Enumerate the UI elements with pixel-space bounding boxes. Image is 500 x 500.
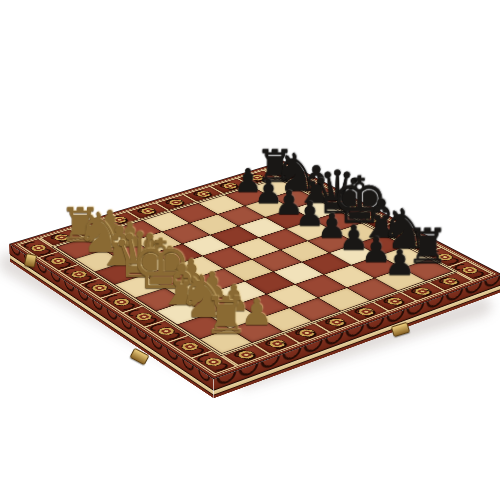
gold-ring-medallion-icon bbox=[265, 338, 289, 349]
gold-ring-medallion-icon bbox=[247, 174, 268, 182]
gold-ring-medallion-icon bbox=[325, 317, 349, 328]
gold-ring-medallion-icon bbox=[362, 215, 384, 224]
gold-ring-medallion-icon bbox=[47, 256, 69, 266]
gold-ring-medallion-icon bbox=[434, 252, 457, 262]
board-face: ♜♞♝♛♚♝♞♜♟♟♟♟♟♟♟♟♟♟♟♟♟♟♟♟♜♞♝♛♚♝♞♜ bbox=[9, 161, 500, 379]
gold-ring-medallion-icon bbox=[201, 356, 226, 368]
gold-ring-medallion-icon bbox=[132, 311, 155, 322]
gold-ring-medallion-icon bbox=[409, 239, 431, 249]
gold-ring-medallion-icon bbox=[354, 306, 378, 317]
chess-board: ♜♞♝♛♚♝♞♜♟♟♟♟♟♟♟♟♟♟♟♟♟♟♟♟♜♞♝♛♚♝♞♜ bbox=[9, 161, 500, 379]
gold-ring-medallion-icon bbox=[27, 243, 49, 253]
gold-ring-medallion-icon bbox=[317, 191, 338, 200]
gold-ring-medallion-icon bbox=[295, 180, 316, 188]
gold-ring-medallion-icon bbox=[295, 327, 319, 338]
gold-ring-medallion-icon bbox=[385, 227, 407, 236]
gold-ring-medallion-icon bbox=[155, 326, 179, 337]
scene: ♜♞♝♛♚♝♞♜♟♟♟♟♟♟♟♟♟♟♟♟♟♟♟♟♜♞♝♛♚♝♞♜ bbox=[0, 0, 500, 500]
gold-ring-medallion-icon bbox=[411, 286, 434, 296]
product-photo-stage: ♜♞♝♛♚♝♞♜♟♟♟♟♟♟♟♟♟♟♟♟♟♟♟♟♜♞♝♛♚♝♞♜ bbox=[0, 0, 500, 500]
gold-ring-medallion-icon bbox=[234, 349, 258, 361]
gold-ring-medallion-icon bbox=[339, 203, 360, 212]
gold-ring-medallion-icon bbox=[110, 297, 133, 308]
gold-ring-medallion-icon bbox=[68, 269, 91, 279]
gold-ring-medallion-icon bbox=[89, 283, 112, 293]
gold-ring-medallion-icon bbox=[439, 276, 462, 286]
gold-ring-medallion-icon bbox=[383, 296, 406, 307]
gold-ring-medallion-icon bbox=[274, 168, 295, 176]
gold-ring-medallion-icon bbox=[178, 341, 202, 352]
